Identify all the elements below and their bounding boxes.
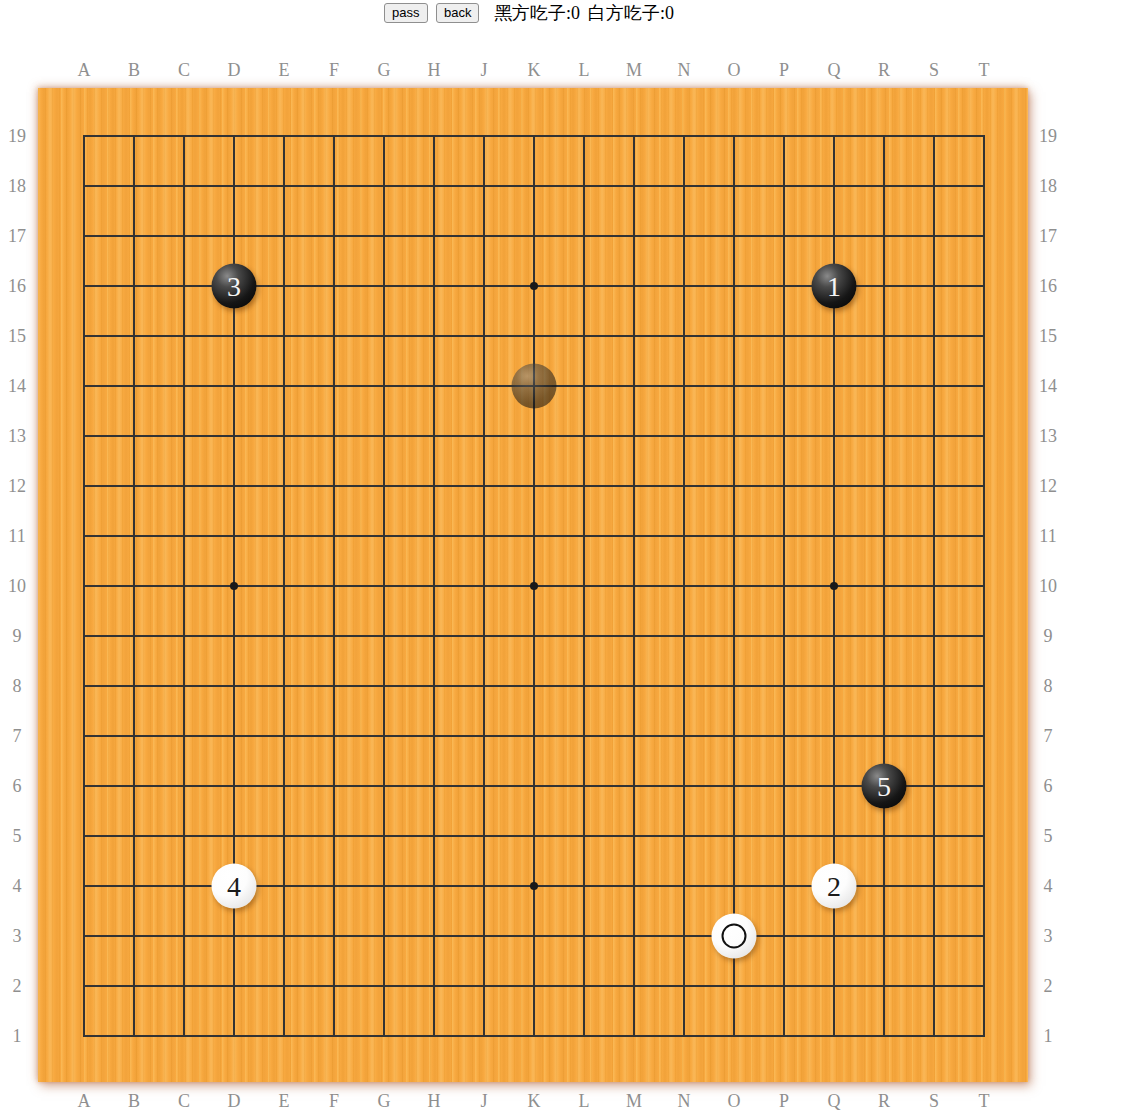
star-point bbox=[530, 882, 538, 890]
coordinate-label: 16 bbox=[1039, 276, 1057, 297]
stone-white-Q4: 2 bbox=[812, 864, 857, 909]
coordinate-label: 12 bbox=[1039, 476, 1057, 497]
coordinate-label: L bbox=[579, 1091, 590, 1112]
star-point bbox=[230, 582, 238, 590]
coordinate-label: 5 bbox=[13, 826, 22, 847]
coordinate-label: 17 bbox=[8, 226, 26, 247]
coordinate-label: 1 bbox=[13, 1026, 22, 1047]
coordinate-label: L bbox=[579, 60, 590, 81]
go-app: pass back 黑方吃子:0白方吃子:0 ABCDEFGHJKLMNOPQR… bbox=[0, 0, 1066, 1120]
coordinate-label: 9 bbox=[13, 626, 22, 647]
coordinate-label: 3 bbox=[1044, 926, 1053, 947]
coordinate-label: J bbox=[480, 60, 487, 81]
star-point bbox=[830, 582, 838, 590]
coordinate-label: C bbox=[178, 1091, 190, 1112]
coordinate-label: 14 bbox=[1039, 376, 1057, 397]
coordinate-label: 8 bbox=[1044, 676, 1053, 697]
star-point bbox=[530, 582, 538, 590]
coordinate-label: 15 bbox=[1039, 326, 1057, 347]
coordinate-label: D bbox=[228, 1091, 241, 1112]
stone-white-O3 bbox=[712, 914, 757, 959]
coordinate-label: 11 bbox=[8, 526, 25, 547]
coordinate-label: 2 bbox=[1044, 976, 1053, 997]
coordinate-label: 2 bbox=[13, 976, 22, 997]
star-point bbox=[530, 282, 538, 290]
pass-button[interactable]: pass bbox=[384, 3, 427, 23]
coordinate-label: 18 bbox=[8, 176, 26, 197]
coordinate-label: 11 bbox=[1039, 526, 1056, 547]
board-grid[interactable]: 12345 bbox=[83, 135, 985, 1037]
coordinate-label: A bbox=[78, 1091, 91, 1112]
coordinate-label: Q bbox=[828, 1091, 841, 1112]
coordinate-label: 12 bbox=[8, 476, 26, 497]
move-number-label: 2 bbox=[827, 872, 841, 900]
coordinate-label: N bbox=[678, 1091, 691, 1112]
coordinate-label: G bbox=[378, 1091, 391, 1112]
white-captures-text: 白方吃子:0 bbox=[588, 3, 674, 23]
coordinate-label: 16 bbox=[8, 276, 26, 297]
coordinate-label: 5 bbox=[1044, 826, 1053, 847]
move-number-label: 4 bbox=[227, 872, 241, 900]
stone-black-Q16: 1 bbox=[812, 264, 857, 309]
stone-black-R6: 5 bbox=[862, 764, 907, 809]
coordinate-label: T bbox=[979, 1091, 990, 1112]
coordinate-label: P bbox=[779, 60, 789, 81]
coordinate-label: N bbox=[678, 60, 691, 81]
back-button[interactable]: back bbox=[436, 3, 479, 23]
coordinate-label: 6 bbox=[13, 776, 22, 797]
coordinate-label: A bbox=[78, 60, 91, 81]
coordinate-label: F bbox=[329, 60, 339, 81]
coordinate-label: E bbox=[279, 1091, 290, 1112]
coordinate-label: K bbox=[528, 60, 541, 81]
coordinate-label: R bbox=[878, 1091, 890, 1112]
coordinate-label: D bbox=[228, 60, 241, 81]
coordinate-label: P bbox=[779, 1091, 789, 1112]
stone-white-D4: 4 bbox=[212, 864, 257, 909]
black-captures-text: 黑方吃子:0 bbox=[494, 3, 580, 23]
coordinate-label: 7 bbox=[13, 726, 22, 747]
coordinate-label: 10 bbox=[8, 576, 26, 597]
coordinate-label: S bbox=[929, 1091, 939, 1112]
coordinate-label: 14 bbox=[8, 376, 26, 397]
coordinate-label: M bbox=[626, 60, 642, 81]
hover-preview-stone bbox=[512, 364, 557, 409]
coordinate-label: O bbox=[728, 60, 741, 81]
coordinate-label: J bbox=[480, 1091, 487, 1112]
coordinate-label: 18 bbox=[1039, 176, 1057, 197]
toolbar: pass back 黑方吃子:0白方吃子:0 bbox=[0, 1, 1066, 25]
coordinate-label: 6 bbox=[1044, 776, 1053, 797]
coordinate-label: 3 bbox=[13, 926, 22, 947]
coordinate-label: M bbox=[626, 1091, 642, 1112]
move-number-label: 1 bbox=[827, 272, 841, 300]
go-board: 12345 bbox=[38, 88, 1028, 1082]
coordinate-label: F bbox=[329, 1091, 339, 1112]
coordinate-label: 15 bbox=[8, 326, 26, 347]
coordinate-label: 13 bbox=[8, 426, 26, 447]
coordinate-label: 8 bbox=[13, 676, 22, 697]
coordinate-label: K bbox=[528, 1091, 541, 1112]
coordinate-label: T bbox=[979, 60, 990, 81]
coordinate-label: B bbox=[128, 1091, 140, 1112]
coordinate-label: 13 bbox=[1039, 426, 1057, 447]
coordinate-label: 19 bbox=[8, 126, 26, 147]
stone-black-D16: 3 bbox=[212, 264, 257, 309]
coordinate-label: 7 bbox=[1044, 726, 1053, 747]
coordinate-label: S bbox=[929, 60, 939, 81]
coordinate-label: 1 bbox=[1044, 1026, 1053, 1047]
coordinate-label: G bbox=[378, 60, 391, 81]
coordinate-label: 4 bbox=[1044, 876, 1053, 897]
move-number-label: 3 bbox=[227, 272, 241, 300]
capture-counters: 黑方吃子:0白方吃子:0 bbox=[494, 3, 682, 23]
coordinate-label: 17 bbox=[1039, 226, 1057, 247]
coordinate-label: 10 bbox=[1039, 576, 1057, 597]
coordinate-label: H bbox=[428, 1091, 441, 1112]
coordinate-label: R bbox=[878, 60, 890, 81]
last-move-circle-marker bbox=[722, 924, 747, 949]
coordinate-label: O bbox=[728, 1091, 741, 1112]
move-number-label: 5 bbox=[877, 772, 891, 800]
coordinate-label: Q bbox=[828, 60, 841, 81]
coordinate-label: E bbox=[279, 60, 290, 81]
coordinate-label: B bbox=[128, 60, 140, 81]
coordinate-label: 19 bbox=[1039, 126, 1057, 147]
coordinate-label: 4 bbox=[13, 876, 22, 897]
coordinate-label: H bbox=[428, 60, 441, 81]
coordinate-label: C bbox=[178, 60, 190, 81]
coordinate-label: 9 bbox=[1044, 626, 1053, 647]
